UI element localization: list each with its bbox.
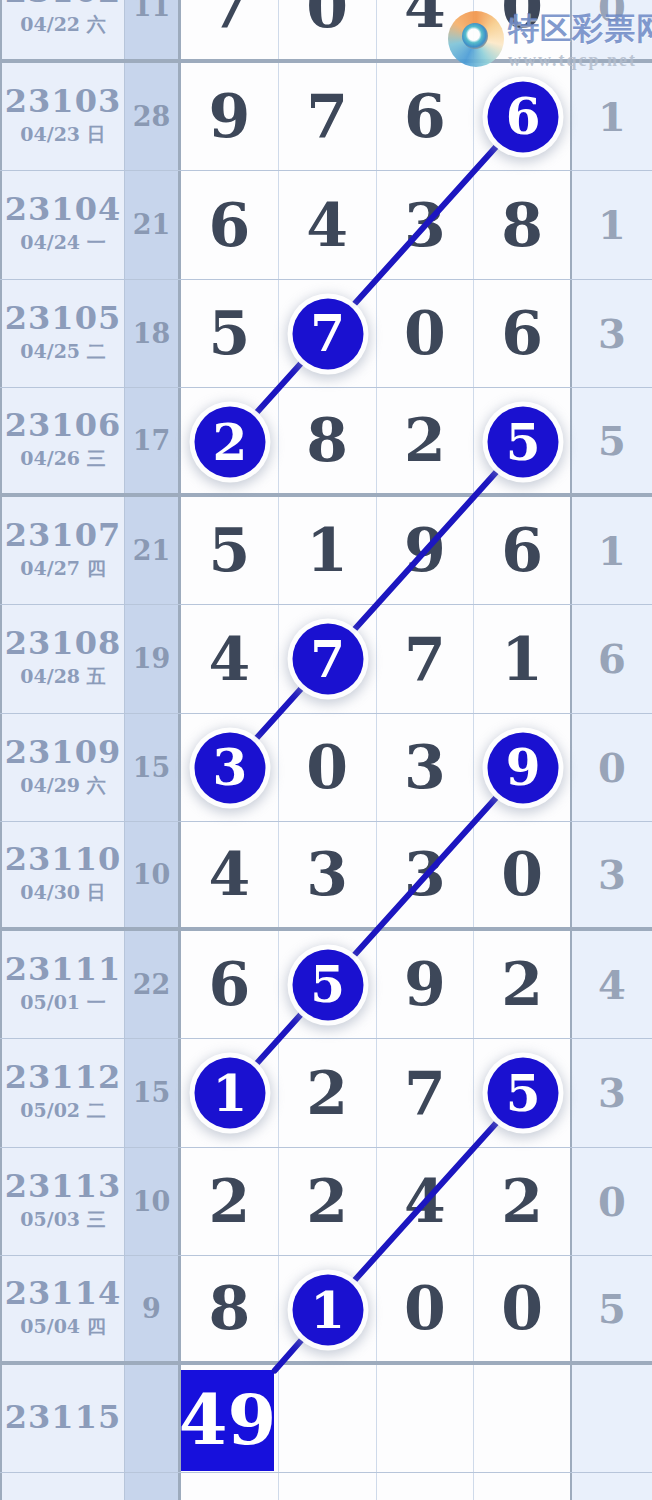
circled-pick-value: 1 xyxy=(212,1068,247,1118)
circled-pick-value: 5 xyxy=(506,417,541,467)
circled-pick: 7 xyxy=(292,624,363,695)
trend-polyline xyxy=(230,442,523,768)
circled-pick: 5 xyxy=(488,407,559,478)
circled-pick-value: 1 xyxy=(310,1285,345,1335)
circled-pick: 3 xyxy=(194,732,265,803)
site-logo-icon xyxy=(448,11,504,67)
circled-pick: 1 xyxy=(194,1058,265,1129)
circled-pick-value: 5 xyxy=(506,1068,541,1118)
circled-pick: 7 xyxy=(292,298,363,369)
circled-pick-value: 3 xyxy=(212,743,247,793)
trend-polyline xyxy=(230,117,523,443)
circled-pick-value: 2 xyxy=(212,417,247,467)
circled-pick: 2 xyxy=(194,407,265,478)
circled-pick-value: 7 xyxy=(310,634,345,684)
circled-pick-value: 6 xyxy=(506,92,541,142)
trend-polyline xyxy=(230,768,523,1094)
site-logo-swirl xyxy=(462,23,488,49)
circled-pick: 5 xyxy=(292,949,363,1020)
circled-pick: 9 xyxy=(488,732,559,803)
site-name: 特区彩票网 xyxy=(508,8,652,50)
site-watermark: 特区彩票网 www.tqcp.net xyxy=(448,8,652,71)
circled-pick: 1 xyxy=(292,1275,363,1346)
lottery-trend-chart: 2310204/22 六11704002310304/23 日289761231… xyxy=(0,0,652,1500)
circled-pick-value: 9 xyxy=(506,743,541,793)
circled-pick: 5 xyxy=(488,1058,559,1129)
site-watermark-text: 特区彩票网 www.tqcp.net xyxy=(508,8,652,71)
circled-pick-value: 5 xyxy=(310,960,345,1010)
circled-pick: 6 xyxy=(488,81,559,152)
circled-pick-value: 7 xyxy=(310,309,345,359)
site-url: www.tqcp.net xyxy=(508,50,652,71)
